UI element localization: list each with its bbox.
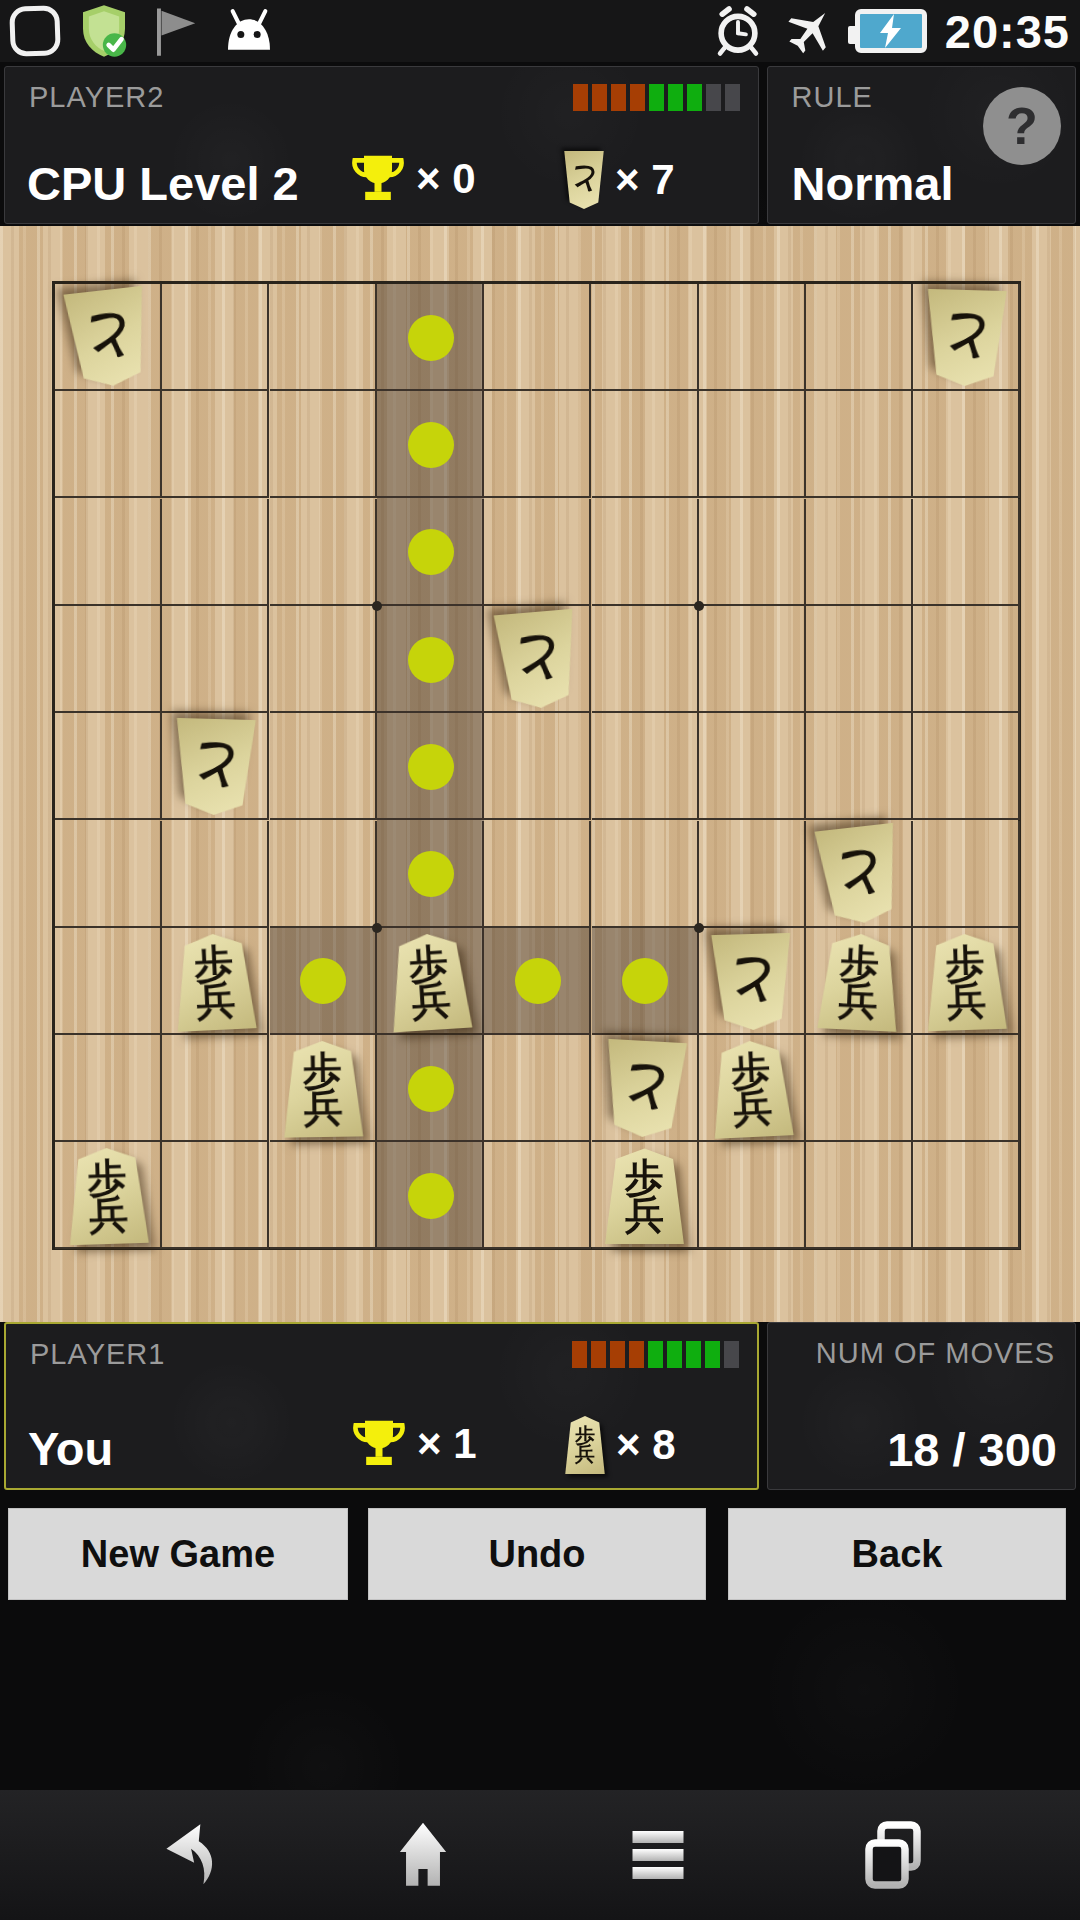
moves-label: NUM OF MOVES: [816, 1337, 1055, 1370]
board-cell[interactable]: [162, 606, 269, 713]
app-outline-icon: [9, 5, 61, 57]
board-cell[interactable]: [699, 1142, 806, 1249]
board-cell[interactable]: [699, 284, 806, 391]
board-cell[interactable]: [484, 499, 591, 606]
board-cell[interactable]: [270, 499, 377, 606]
player1-name: You: [28, 1421, 113, 1476]
nav-menu-icon: [622, 1819, 694, 1891]
board-cell[interactable]: [55, 499, 162, 606]
board-cell[interactable]: [270, 821, 377, 928]
player2-name: CPU Level 2: [27, 156, 299, 211]
android-icon: [218, 3, 280, 59]
undo-button[interactable]: Undo: [368, 1508, 706, 1600]
player2-label: PLAYER2: [29, 81, 164, 114]
player1-trophy-counter: × 1: [351, 1414, 477, 1474]
board-cell[interactable]: [55, 928, 162, 1035]
tokin-piece[interactable]: と: [172, 718, 259, 816]
board-cell[interactable]: [270, 713, 377, 820]
board-grid[interactable]: ととととと歩兵歩兵と歩兵歩兵歩兵と歩兵歩兵歩兵: [52, 281, 1021, 1250]
fuhyo-piece[interactable]: 歩兵: [171, 932, 259, 1032]
board-cell[interactable]: [377, 1035, 484, 1142]
board-cell[interactable]: [913, 391, 1020, 498]
board-cell[interactable]: [377, 821, 484, 928]
new-game-button[interactable]: New Game: [8, 1508, 348, 1600]
board-cell[interactable]: [699, 499, 806, 606]
android-nav-bar: [0, 1790, 1080, 1920]
board-cell[interactable]: [484, 284, 591, 391]
board-cell[interactable]: [377, 713, 484, 820]
player2-piece-counter: と × 7: [563, 151, 675, 209]
board-cell[interactable]: [592, 821, 699, 928]
board-cell[interactable]: [699, 713, 806, 820]
nav-recents-button[interactable]: [845, 1807, 941, 1903]
rule-panel: RULE Normal ?: [767, 66, 1076, 224]
board-cell[interactable]: [592, 713, 699, 820]
player1-panel: PLAYER1 You × 1 歩兵 × 8: [4, 1322, 759, 1490]
fuhyo-piece-icon: 歩兵: [564, 1416, 606, 1474]
player2-piece-count: × 7: [615, 156, 675, 204]
board-cell[interactable]: [699, 821, 806, 928]
tokin-piece[interactable]: と: [61, 286, 155, 391]
board-cell[interactable]: [270, 1142, 377, 1249]
tokin-piece[interactable]: と: [923, 289, 1010, 387]
board-cell[interactable]: [484, 1035, 591, 1142]
board-cell[interactable]: [806, 606, 913, 713]
board-cell[interactable]: [55, 1035, 162, 1142]
trophy-icon: [350, 149, 406, 209]
board-cell[interactable]: [484, 928, 591, 1035]
num-of-moves-panel: NUM OF MOVES 18 / 300: [767, 1322, 1076, 1490]
board-cell[interactable]: [270, 391, 377, 498]
board-cell[interactable]: [913, 1142, 1020, 1249]
board-cell[interactable]: [913, 606, 1020, 713]
tokin-piece-icon: と: [563, 151, 605, 209]
board-cell[interactable]: [55, 391, 162, 498]
board-wood-background: ととととと歩兵歩兵と歩兵歩兵歩兵と歩兵歩兵歩兵: [0, 226, 1080, 1322]
moves-value: 18 / 300: [887, 1422, 1057, 1477]
player2-trophy-count: × 0: [416, 155, 476, 203]
board-cell[interactable]: [592, 606, 699, 713]
tokin-piece[interactable]: と: [708, 933, 795, 1031]
nav-menu-button[interactable]: [610, 1807, 706, 1903]
fuhyo-piece[interactable]: 歩兵: [65, 1147, 152, 1246]
fuhyo-piece-selected[interactable]: 歩兵: [385, 931, 475, 1032]
board-cell[interactable]: [377, 499, 484, 606]
fuhyo-piece[interactable]: 歩兵: [280, 1040, 365, 1137]
board-cell[interactable]: [484, 821, 591, 928]
board-cell[interactable]: [162, 821, 269, 928]
board-cell[interactable]: [162, 1142, 269, 1249]
board-cell[interactable]: [162, 1035, 269, 1142]
board-cell[interactable]: [270, 928, 377, 1035]
tokin-piece[interactable]: と: [491, 609, 583, 712]
nav-back-button[interactable]: [140, 1807, 236, 1903]
tokin-piece[interactable]: と: [600, 1039, 689, 1140]
board-cell[interactable]: [377, 606, 484, 713]
board-cell[interactable]: [913, 821, 1020, 928]
board-cell[interactable]: [913, 499, 1020, 606]
flag-icon: [148, 4, 202, 58]
android-status-bar: 20:35: [0, 0, 1080, 62]
nav-back-icon: [151, 1818, 225, 1892]
board-cell[interactable]: [806, 1142, 913, 1249]
player1-piece-counter: 歩兵 × 8: [564, 1416, 676, 1474]
airplane-mode-icon: [783, 4, 837, 58]
board-cell[interactable]: [55, 821, 162, 928]
board-cell[interactable]: [592, 284, 699, 391]
nav-home-button[interactable]: [375, 1807, 471, 1903]
board-cell[interactable]: [270, 606, 377, 713]
board-cell[interactable]: [55, 606, 162, 713]
board-cell[interactable]: [592, 499, 699, 606]
player2-strength-bar: [573, 84, 740, 111]
rule-value: Normal: [792, 156, 954, 211]
board-cell[interactable]: [162, 499, 269, 606]
board-cell[interactable]: [377, 391, 484, 498]
alarm-icon: [711, 4, 765, 58]
back-button[interactable]: Back: [728, 1508, 1066, 1600]
board-cell[interactable]: [592, 928, 699, 1035]
player1-label: PLAYER1: [30, 1338, 165, 1371]
board-cell[interactable]: [806, 1035, 913, 1142]
board-cell[interactable]: [55, 713, 162, 820]
board-cell[interactable]: [592, 391, 699, 498]
board-cell[interactable]: [270, 284, 377, 391]
rule-label: RULE: [792, 81, 873, 114]
board-cell[interactable]: [806, 499, 913, 606]
shield-check-icon: [76, 3, 132, 59]
help-button[interactable]: ?: [983, 87, 1061, 165]
trophy-icon: [351, 1414, 407, 1474]
board-cell[interactable]: [699, 606, 806, 713]
player2-trophy-counter: × 0: [350, 149, 476, 209]
hasami-shogi-screen: 20:35 PLAYER2 CPU Level 2 × 0 と: [0, 0, 1080, 1920]
board-cell[interactable]: [484, 1142, 591, 1249]
player2-panel: PLAYER2 CPU Level 2 × 0 と × 7: [4, 66, 759, 224]
board-cell[interactable]: [699, 391, 806, 498]
nav-recents-icon: [857, 1819, 929, 1891]
player1-trophy-count: × 1: [417, 1420, 477, 1468]
board-cell[interactable]: [913, 1035, 1020, 1142]
board-cell[interactable]: [806, 391, 913, 498]
battery-charging-icon: [855, 9, 927, 53]
fuhyo-piece[interactable]: 歩兵: [923, 933, 1010, 1032]
nav-home-icon: [386, 1818, 460, 1892]
player1-piece-count: × 8: [616, 1421, 676, 1469]
fuhyo-piece[interactable]: 歩兵: [603, 1148, 687, 1244]
board-cell[interactable]: [377, 1142, 484, 1249]
board-cell[interactable]: [162, 391, 269, 498]
clock-time: 20:35: [945, 4, 1070, 59]
player1-strength-bar: [572, 1341, 739, 1368]
board-cell[interactable]: [806, 284, 913, 391]
board-cell[interactable]: [484, 391, 591, 498]
board-cell[interactable]: [162, 284, 269, 391]
fuhyo-piece[interactable]: 歩兵: [708, 1039, 796, 1139]
board-cell[interactable]: [377, 284, 484, 391]
board-cell[interactable]: [913, 713, 1020, 820]
board-cell[interactable]: [806, 713, 913, 820]
board-cell[interactable]: [484, 713, 591, 820]
fuhyo-piece[interactable]: 歩兵: [815, 932, 903, 1032]
tokin-piece[interactable]: と: [812, 822, 906, 927]
